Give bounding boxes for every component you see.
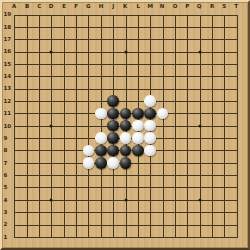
row-label-1: 1 — [3, 231, 12, 242]
black-stone-J11 — [107, 108, 119, 120]
grid-line-vertical — [64, 15, 65, 238]
black-stone-J8 — [107, 145, 119, 157]
intersection-M12 — [144, 95, 156, 107]
row-labels: 19181716151413121110987654321 — [3, 8, 13, 243]
intersection-L11 — [132, 107, 144, 119]
grid-line-horizontal — [14, 89, 237, 90]
grid-line-vertical — [150, 15, 151, 238]
intersection-K7 — [119, 157, 131, 169]
intersection-L8 — [132, 144, 144, 156]
column-label-Q: Q — [194, 3, 205, 10]
intersection-H7 — [95, 157, 107, 169]
row-label-6: 6 — [3, 169, 12, 180]
star-point — [124, 198, 127, 201]
grid-line-vertical — [88, 15, 89, 238]
intersection-N11 — [156, 107, 168, 119]
star-point — [198, 198, 201, 201]
black-stone-L11 — [132, 108, 144, 120]
intersection-J9 — [107, 132, 119, 144]
grid-line-horizontal — [14, 126, 237, 127]
grid-line-horizontal — [14, 175, 237, 176]
column-label-D: D — [46, 3, 57, 10]
grid-line-horizontal — [14, 138, 237, 139]
intersection-K10 — [119, 120, 131, 132]
column-label-C: C — [33, 3, 44, 10]
white-stone-M9 — [144, 132, 156, 144]
grid-line-vertical — [138, 15, 139, 238]
stones-grid — [8, 8, 243, 243]
column-label-T: T — [231, 3, 242, 10]
column-label-H: H — [95, 3, 106, 10]
grid-line-horizontal — [14, 237, 237, 238]
row-label-9: 9 — [3, 132, 12, 143]
grid-line-horizontal — [14, 225, 237, 226]
grid-line-vertical — [126, 15, 127, 238]
column-label-G: G — [83, 3, 94, 10]
star-point — [124, 124, 127, 127]
column-label-B: B — [21, 3, 32, 10]
row-label-5: 5 — [3, 182, 12, 193]
grid-line-horizontal — [14, 150, 237, 151]
intersection-L10 — [132, 120, 144, 132]
star-point — [198, 50, 201, 53]
column-label-S: S — [219, 3, 230, 10]
white-stone-M10 — [144, 120, 156, 132]
grid-line-horizontal — [14, 39, 237, 40]
black-stone-K11 — [120, 108, 132, 120]
intersection-G7 — [82, 157, 94, 169]
row-label-16: 16 — [3, 46, 12, 57]
white-stone-G7 — [83, 157, 95, 169]
row-label-7: 7 — [3, 157, 12, 168]
white-stone-M12 — [144, 95, 156, 107]
grid-line-vertical — [200, 15, 201, 238]
black-stone-H7 — [95, 157, 107, 169]
column-label-N: N — [157, 3, 168, 10]
white-stone-J7 — [107, 157, 119, 169]
row-label-11: 11 — [3, 108, 12, 119]
black-stone-K7 — [120, 157, 132, 169]
column-label-J: J — [107, 3, 118, 10]
star-point — [50, 124, 53, 127]
intersection-M9 — [144, 132, 156, 144]
white-stone-M8 — [144, 145, 156, 157]
intersection-K9 — [119, 132, 131, 144]
go-board[interactable]: ABCDEFGHJKLMNOPQRST 19181716151413121110… — [0, 0, 250, 250]
row-label-12: 12 — [3, 95, 12, 106]
white-stone-H9 — [95, 132, 107, 144]
row-label-4: 4 — [3, 194, 12, 205]
intersection-J10 — [107, 120, 119, 132]
column-label-O: O — [169, 3, 180, 10]
black-stone-K10 — [120, 120, 132, 132]
row-label-17: 17 — [3, 34, 12, 45]
grid-line-horizontal — [14, 15, 237, 16]
row-label-14: 14 — [3, 71, 12, 82]
column-label-P: P — [182, 3, 193, 10]
intersection-J7 — [107, 157, 119, 169]
grid-line-horizontal — [14, 113, 237, 114]
intersection-M10 — [144, 120, 156, 132]
row-label-19: 19 — [3, 9, 12, 20]
row-label-10: 10 — [3, 120, 12, 131]
grid-line-horizontal — [14, 163, 237, 164]
intersection-J11 — [107, 107, 119, 119]
grid-line-vertical — [224, 15, 225, 238]
black-stone-L8 — [132, 145, 144, 157]
row-label-18: 18 — [3, 21, 12, 32]
grid-line-horizontal — [14, 64, 237, 65]
intersection-H11 — [95, 107, 107, 119]
star-point — [198, 124, 201, 127]
column-label-E: E — [58, 3, 69, 10]
intersection-M8 — [144, 144, 156, 156]
black-stone-K8 — [120, 145, 132, 157]
column-label-M: M — [144, 3, 155, 10]
white-stone-G8 — [83, 145, 95, 157]
column-label-F: F — [70, 3, 81, 10]
star-point — [50, 198, 53, 201]
row-label-13: 13 — [3, 83, 12, 94]
column-labels: ABCDEFGHJKLMNOPQRST — [8, 3, 243, 11]
grid-line-vertical — [163, 15, 164, 238]
row-label-15: 15 — [3, 58, 12, 69]
row-label-3: 3 — [3, 206, 12, 217]
white-stone-L9 — [132, 132, 144, 144]
grid-line-horizontal — [14, 52, 237, 53]
column-label-R: R — [206, 3, 217, 10]
white-stone-H11 — [95, 108, 107, 120]
grid-line-vertical — [51, 15, 52, 238]
grid-line-vertical — [113, 15, 114, 238]
screenshot-root: ABCDEFGHJKLMNOPQRST 19181716151413121110… — [0, 0, 250, 250]
grid-line-vertical — [39, 15, 40, 238]
column-label-K: K — [120, 3, 131, 10]
intersection-G8 — [82, 144, 94, 156]
black-stone-J10 — [107, 120, 119, 132]
grid-line-horizontal — [14, 212, 237, 213]
grid-line-vertical — [27, 15, 28, 238]
black-stone-H8 — [95, 145, 107, 157]
star-point — [50, 50, 53, 53]
white-stone-N11 — [157, 108, 169, 120]
intersection-M11 — [144, 107, 156, 119]
black-stone-M11 — [144, 108, 156, 120]
grid-line-horizontal — [14, 187, 237, 188]
grid-line-horizontal — [14, 76, 237, 77]
grid-line-horizontal — [14, 27, 237, 28]
row-label-8: 8 — [3, 145, 12, 156]
grid-line-vertical — [237, 15, 238, 238]
grid-line-vertical — [187, 15, 188, 238]
grid-lines — [14, 15, 237, 238]
grid-line-vertical — [175, 15, 176, 238]
grid-line-vertical — [14, 15, 15, 238]
grid-line-vertical — [76, 15, 77, 238]
intersection-J12 — [107, 95, 119, 107]
grid-line-vertical — [212, 15, 213, 238]
white-stone-L10 — [132, 120, 144, 132]
grid-line-horizontal — [14, 200, 237, 201]
intersection-K11 — [119, 107, 131, 119]
grid-line-horizontal — [14, 101, 237, 102]
intersection-H8 — [95, 144, 107, 156]
black-stone-J9 — [107, 132, 119, 144]
intersection-L9 — [132, 132, 144, 144]
white-stone-K9 — [120, 132, 132, 144]
intersection-K8 — [119, 144, 131, 156]
intersection-J8 — [107, 144, 119, 156]
column-label-L: L — [132, 3, 143, 10]
intersection-H9 — [95, 132, 107, 144]
grid-line-vertical — [101, 15, 102, 238]
row-label-2: 2 — [3, 219, 12, 230]
black-stone-J12 — [107, 95, 119, 107]
star-point — [124, 50, 127, 53]
